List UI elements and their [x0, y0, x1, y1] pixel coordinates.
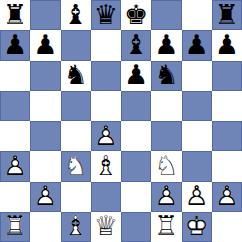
square-b5[interactable] [30, 91, 60, 121]
square-h6[interactable] [212, 61, 242, 91]
square-c1[interactable]: ♝ [61, 212, 91, 242]
square-e4[interactable] [121, 121, 151, 151]
white-bishop-icon[interactable]: ♝ [94, 152, 118, 179]
black-queen-icon[interactable]: ♛ [94, 1, 118, 28]
white-rook-icon[interactable]: ♜ [154, 212, 178, 239]
square-f7[interactable]: ♟ [151, 30, 181, 60]
white-knight-icon[interactable]: ♞ [64, 152, 88, 179]
white-queen-icon[interactable]: ♛ [94, 212, 118, 239]
black-pawn-icon[interactable]: ♟ [185, 31, 209, 58]
square-e5[interactable] [121, 91, 151, 121]
white-king-icon[interactable]: ♚ [185, 212, 209, 239]
white-bishop-icon[interactable]: ♝ [64, 212, 88, 239]
black-rook-icon[interactable]: ♜ [3, 1, 27, 28]
square-e3[interactable] [121, 151, 151, 181]
square-h2[interactable]: ♟ [212, 182, 242, 212]
square-a8[interactable]: ♜ [0, 0, 30, 30]
black-pawn-icon[interactable]: ♟ [33, 31, 57, 58]
square-h8[interactable]: ♜ [212, 0, 242, 30]
square-f4[interactable] [151, 121, 181, 151]
square-f8[interactable] [151, 0, 181, 30]
square-a5[interactable] [0, 91, 30, 121]
black-knight-icon[interactable]: ♞ [154, 61, 178, 88]
square-g2[interactable]: ♟ [182, 182, 212, 212]
square-b2[interactable]: ♟ [30, 182, 60, 212]
white-pawn-icon[interactable]: ♟ [3, 152, 27, 179]
square-h3[interactable] [212, 151, 242, 181]
square-e2[interactable] [121, 182, 151, 212]
square-f1[interactable]: ♜ [151, 212, 181, 242]
white-knight-icon[interactable]: ♞ [154, 152, 178, 179]
white-pawn-icon[interactable]: ♟ [215, 182, 239, 209]
square-b3[interactable] [30, 151, 60, 181]
square-d8[interactable]: ♛ [91, 0, 121, 30]
white-pawn-icon[interactable]: ♟ [94, 122, 118, 149]
square-e8[interactable]: ♚ [121, 0, 151, 30]
square-b6[interactable] [30, 61, 60, 91]
square-h7[interactable]: ♟ [212, 30, 242, 60]
square-d4[interactable]: ♟ [91, 121, 121, 151]
square-h5[interactable] [212, 91, 242, 121]
square-a6[interactable] [0, 61, 30, 91]
square-d7[interactable] [91, 30, 121, 60]
square-c6[interactable]: ♞ [61, 61, 91, 91]
black-rook-icon[interactable]: ♜ [215, 1, 239, 28]
square-g8[interactable] [182, 0, 212, 30]
square-a4[interactable] [0, 121, 30, 151]
square-f3[interactable]: ♞ [151, 151, 181, 181]
square-a3[interactable]: ♟ [0, 151, 30, 181]
square-h1[interactable] [212, 212, 242, 242]
square-c2[interactable] [61, 182, 91, 212]
square-d6[interactable] [91, 61, 121, 91]
square-c7[interactable] [61, 30, 91, 60]
black-pawn-icon[interactable]: ♟ [215, 31, 239, 58]
white-pawn-icon[interactable]: ♟ [33, 182, 57, 209]
square-e1[interactable] [121, 212, 151, 242]
square-g1[interactable]: ♚ [182, 212, 212, 242]
square-h4[interactable] [212, 121, 242, 151]
square-a7[interactable]: ♟ [0, 30, 30, 60]
square-g6[interactable] [182, 61, 212, 91]
white-pawn-icon[interactable]: ♟ [185, 182, 209, 209]
square-c8[interactable]: ♝ [61, 0, 91, 30]
square-a2[interactable] [0, 182, 30, 212]
square-d2[interactable] [91, 182, 121, 212]
white-pawn-icon[interactable]: ♟ [154, 182, 178, 209]
black-pawn-icon[interactable]: ♟ [124, 61, 148, 88]
square-c3[interactable]: ♞ [61, 151, 91, 181]
square-g7[interactable]: ♟ [182, 30, 212, 60]
square-e6[interactable]: ♟ [121, 61, 151, 91]
square-g3[interactable] [182, 151, 212, 181]
square-d5[interactable] [91, 91, 121, 121]
chess-board: ♜♝♛♚♜♟♟♝♟♟♟♞♟♞♟♟♞♝♞♟♟♟♟♜♝♛♜♚ [0, 0, 242, 242]
square-f2[interactable]: ♟ [151, 182, 181, 212]
black-pawn-icon[interactable]: ♟ [154, 31, 178, 58]
black-bishop-icon[interactable]: ♝ [64, 1, 88, 28]
black-pawn-icon[interactable]: ♟ [3, 31, 27, 58]
square-c4[interactable] [61, 121, 91, 151]
square-d1[interactable]: ♛ [91, 212, 121, 242]
square-g4[interactable] [182, 121, 212, 151]
square-b8[interactable] [30, 0, 60, 30]
white-rook-icon[interactable]: ♜ [3, 212, 27, 239]
square-e7[interactable]: ♝ [121, 30, 151, 60]
black-bishop-icon[interactable]: ♝ [124, 31, 148, 58]
square-f5[interactable] [151, 91, 181, 121]
black-king-icon[interactable]: ♚ [124, 1, 148, 28]
square-d3[interactable]: ♝ [91, 151, 121, 181]
square-b7[interactable]: ♟ [30, 30, 60, 60]
square-g5[interactable] [182, 91, 212, 121]
black-knight-icon[interactable]: ♞ [64, 61, 88, 88]
square-a1[interactable]: ♜ [0, 212, 30, 242]
square-b4[interactable] [30, 121, 60, 151]
square-f6[interactable]: ♞ [151, 61, 181, 91]
square-c5[interactable] [61, 91, 91, 121]
square-b1[interactable] [30, 212, 60, 242]
